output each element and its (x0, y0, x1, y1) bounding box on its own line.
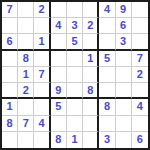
cell-r2c3[interactable] (34, 18, 50, 34)
cell-r5c7[interactable] (99, 67, 115, 83)
cell-r1c5[interactable] (67, 2, 83, 18)
cell-r9c9[interactable]: 6 (132, 132, 148, 148)
cell-r2c5[interactable]: 3 (67, 18, 83, 34)
cell-r9c2[interactable] (18, 132, 34, 148)
sudoku-board: 724943266153815717229815848748136 (0, 0, 150, 150)
cell-r9c1[interactable] (2, 132, 18, 148)
cell-r1c9[interactable] (132, 2, 148, 18)
cell-r6c5[interactable] (67, 83, 83, 99)
cell-r6c7[interactable] (99, 83, 115, 99)
cell-r9c8[interactable] (116, 132, 132, 148)
cell-r3c4[interactable] (51, 34, 67, 50)
cell-r5c8[interactable] (116, 67, 132, 83)
cell-r6c8[interactable] (116, 83, 132, 99)
cell-r6c6[interactable]: 8 (83, 83, 99, 99)
cell-r4c7[interactable]: 5 (99, 51, 115, 67)
cell-r4c1[interactable] (2, 51, 18, 67)
cell-r6c1[interactable] (2, 83, 18, 99)
cell-r6c2[interactable]: 2 (18, 83, 34, 99)
cell-r3c1[interactable]: 6 (2, 34, 18, 50)
cell-r5c3[interactable]: 7 (34, 67, 50, 83)
cell-r8c3[interactable]: 4 (34, 116, 50, 132)
cell-r5c1[interactable] (2, 67, 18, 83)
cell-r7c6[interactable] (83, 99, 99, 115)
cell-r9c5[interactable]: 1 (67, 132, 83, 148)
cell-r4c2[interactable]: 8 (18, 51, 34, 67)
cell-r2c1[interactable] (2, 18, 18, 34)
cell-r9c7[interactable]: 3 (99, 132, 115, 148)
cell-r1c8[interactable]: 9 (116, 2, 132, 18)
cell-r7c4[interactable]: 5 (51, 99, 67, 115)
cell-r4c3[interactable] (34, 51, 50, 67)
cell-r9c4[interactable]: 8 (51, 132, 67, 148)
cell-r1c3[interactable]: 2 (34, 2, 50, 18)
cell-r4c9[interactable]: 7 (132, 51, 148, 67)
cell-r8c8[interactable] (116, 116, 132, 132)
cell-r7c5[interactable] (67, 99, 83, 115)
cell-r9c3[interactable] (34, 132, 50, 148)
cell-r8c4[interactable] (51, 116, 67, 132)
cell-r3c9[interactable] (132, 34, 148, 50)
cell-r8c5[interactable] (67, 116, 83, 132)
cell-r3c2[interactable] (18, 34, 34, 50)
cell-r2c2[interactable] (18, 18, 34, 34)
cell-r2c9[interactable] (132, 18, 148, 34)
cell-r4c6[interactable]: 1 (83, 51, 99, 67)
cell-r2c6[interactable]: 2 (83, 18, 99, 34)
cell-r7c3[interactable] (34, 99, 50, 115)
cell-r1c2[interactable] (18, 2, 34, 18)
cell-r9c6[interactable] (83, 132, 99, 148)
cell-r3c3[interactable]: 1 (34, 34, 50, 50)
cell-r8c6[interactable] (83, 116, 99, 132)
cell-r6c4[interactable]: 9 (51, 83, 67, 99)
cell-r7c9[interactable]: 4 (132, 99, 148, 115)
cell-r5c2[interactable]: 1 (18, 67, 34, 83)
cell-r7c2[interactable] (18, 99, 34, 115)
cell-r5c4[interactable] (51, 67, 67, 83)
cell-r6c9[interactable] (132, 83, 148, 99)
cell-r3c6[interactable] (83, 34, 99, 50)
cell-r1c1[interactable]: 7 (2, 2, 18, 18)
cell-r1c6[interactable] (83, 2, 99, 18)
cell-r7c7[interactable]: 8 (99, 99, 115, 115)
cell-r3c7[interactable] (99, 34, 115, 50)
cell-r2c7[interactable] (99, 18, 115, 34)
cell-r3c5[interactable]: 5 (67, 34, 83, 50)
cell-r6c3[interactable] (34, 83, 50, 99)
cell-r3c8[interactable]: 3 (116, 34, 132, 50)
cell-r5c9[interactable]: 2 (132, 67, 148, 83)
cell-r4c4[interactable] (51, 51, 67, 67)
cell-r8c1[interactable]: 8 (2, 116, 18, 132)
cell-r7c1[interactable]: 1 (2, 99, 18, 115)
cell-r5c5[interactable] (67, 67, 83, 83)
cell-r8c9[interactable] (132, 116, 148, 132)
cell-r1c4[interactable] (51, 2, 67, 18)
cell-r4c8[interactable] (116, 51, 132, 67)
cell-r1c7[interactable]: 4 (99, 2, 115, 18)
cell-r5c6[interactable] (83, 67, 99, 83)
cell-r7c8[interactable] (116, 99, 132, 115)
cell-r8c2[interactable]: 7 (18, 116, 34, 132)
cell-r8c7[interactable] (99, 116, 115, 132)
cell-r2c8[interactable]: 6 (116, 18, 132, 34)
cell-r2c4[interactable]: 4 (51, 18, 67, 34)
cell-r4c5[interactable] (67, 51, 83, 67)
